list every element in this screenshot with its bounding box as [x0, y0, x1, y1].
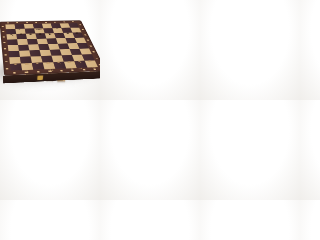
square-c4: [28, 44, 39, 50]
brass-clasp-icon: [37, 75, 43, 80]
square-h4: [77, 43, 89, 49]
square-e3: [50, 49, 62, 55]
square-h3: [79, 48, 91, 54]
chess-set-photo: ♜♞♝♛♚♝♞♜♟♟♟♟♟♟♟♟♟♟♟♟♟♟♟♟♜♞♝♛♚♝♞♜: [0, 0, 100, 100]
chess-board: ♜♞♝♛♚♝♞♜♟♟♟♟♟♟♟♟♟♟♟♟♟♟♟♟♜♞♝♛♚♝♞♜: [0, 20, 100, 75]
